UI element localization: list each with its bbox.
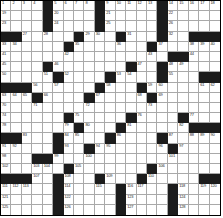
cell-r18-c7[interactable]: 108	[64, 174, 74, 184]
cell-r12-c8[interactable]: 75	[74, 113, 84, 123]
cell-r7-c2[interactable]	[11, 62, 21, 72]
cell-r3-c21[interactable]	[210, 21, 220, 31]
cell-r16-c2[interactable]	[11, 154, 21, 164]
cell-r21-c21[interactable]	[210, 205, 220, 215]
cell-r13-c3[interactable]	[22, 123, 32, 133]
cell-r8-c19[interactable]	[189, 72, 199, 82]
cell-r14-c4[interactable]	[32, 133, 42, 143]
cell-r11-c5[interactable]	[43, 103, 53, 113]
cell-r3-c14[interactable]	[137, 21, 147, 31]
cell-r11-c2[interactable]	[11, 103, 21, 113]
cell-r20-c20[interactable]	[199, 195, 209, 205]
cell-r19-c2[interactable]: 112	[11, 184, 21, 194]
cell-r10-c14[interactable]: 68	[137, 93, 147, 103]
cell-r21-c3[interactable]	[22, 205, 32, 215]
cell-r18-c15[interactable]: 110	[147, 174, 157, 184]
cell-r5-c11[interactable]	[105, 42, 115, 52]
cell-r17-c20[interactable]	[199, 164, 209, 174]
cell-r7-c12[interactable]	[116, 62, 126, 72]
cell-r18-c13[interactable]	[126, 174, 136, 184]
cell-r19-c18[interactable]: 118	[178, 184, 188, 194]
cell-r15-c13[interactable]	[126, 144, 136, 154]
cell-r14-c5[interactable]	[43, 133, 53, 143]
cell-r11-c4[interactable]: 71	[32, 103, 42, 113]
cell-r13-c18[interactable]: 82	[178, 123, 188, 133]
cell-r3-c17[interactable]: 26	[168, 21, 178, 31]
cell-r4-c13[interactable]: 31	[126, 32, 136, 42]
cell-r8-c10[interactable]	[95, 72, 105, 82]
cell-r8-c1[interactable]: 50	[1, 72, 11, 82]
cell-r18-c8[interactable]	[74, 174, 84, 184]
cell-r1-c9[interactable]: 8	[84, 1, 94, 11]
cell-r10-c20[interactable]	[199, 93, 209, 103]
cell-r12-c17[interactable]	[168, 113, 178, 123]
cell-r20-c1[interactable]: 121	[1, 195, 11, 205]
cell-r6-c16[interactable]	[157, 52, 167, 62]
cell-r20-c19[interactable]	[189, 195, 199, 205]
cell-r7-c11[interactable]	[105, 62, 115, 72]
cell-r1-c17[interactable]: 14	[168, 1, 178, 11]
cell-r10-c11[interactable]	[105, 93, 115, 103]
cell-r16-c16[interactable]	[157, 154, 167, 164]
cell-r5-c17[interactable]	[168, 42, 178, 52]
cell-r11-c18[interactable]	[178, 103, 188, 113]
cell-r16-c8[interactable]	[74, 154, 84, 164]
cell-r2-c11[interactable]: 21	[105, 11, 115, 21]
cell-r1-c13[interactable]: 11	[126, 1, 136, 11]
cell-r10-c6[interactable]	[53, 93, 63, 103]
cell-r2-c17[interactable]: 22	[168, 11, 178, 21]
cell-r20-c8[interactable]	[74, 195, 84, 205]
cell-r11-c10[interactable]	[95, 103, 105, 113]
cell-r12-c9[interactable]	[84, 113, 94, 123]
cell-r19-c16[interactable]	[157, 184, 167, 194]
cell-r4-c4[interactable]	[32, 32, 42, 42]
cell-r3-c20[interactable]	[199, 21, 209, 31]
cell-r19-c11[interactable]	[105, 184, 115, 194]
cell-r11-c6[interactable]	[53, 103, 63, 113]
cell-r14-c7[interactable]: 84	[64, 133, 74, 143]
cell-r21-c10[interactable]	[95, 205, 105, 215]
cell-r3-c3[interactable]	[22, 21, 32, 31]
cell-r9-c15[interactable]: 59	[147, 83, 157, 93]
cell-r12-c6[interactable]	[53, 113, 63, 123]
cell-r6-c8[interactable]	[74, 52, 84, 62]
cell-r14-c13[interactable]	[126, 133, 136, 143]
cell-r4-c15[interactable]	[147, 32, 157, 42]
cell-r16-c20[interactable]	[199, 154, 209, 164]
cell-r1-c20[interactable]: 17	[199, 1, 209, 11]
cell-r11-c16[interactable]	[157, 103, 167, 113]
cell-r6-c21[interactable]	[210, 52, 220, 62]
cell-r21-c19[interactable]	[189, 205, 199, 215]
cell-r21-c4[interactable]	[32, 205, 42, 215]
cell-r17-c19[interactable]	[189, 164, 199, 174]
cell-r11-c14[interactable]	[137, 103, 147, 113]
cell-r21-c5[interactable]	[43, 205, 53, 215]
cell-r18-c19[interactable]	[189, 174, 199, 184]
cell-r14-c15[interactable]	[147, 133, 157, 143]
cell-r19-c9[interactable]	[84, 184, 94, 194]
cell-r1-c4[interactable]: 4	[32, 1, 42, 11]
cell-r11-c1[interactable]: 70	[1, 103, 11, 113]
cell-r17-c18[interactable]	[178, 164, 188, 174]
cell-r18-c12[interactable]	[116, 174, 126, 184]
cell-r11-c17[interactable]	[168, 103, 178, 113]
cell-r21-c1[interactable]: 125	[1, 205, 11, 215]
cell-r13-c4[interactable]	[32, 123, 42, 133]
cell-r9-c4[interactable]: 56	[32, 83, 42, 93]
cell-r3-c6[interactable]: 24	[53, 21, 63, 31]
cell-r4-c14[interactable]	[137, 32, 147, 42]
cell-r7-c19[interactable]	[189, 62, 199, 72]
cell-r19-c13[interactable]: 116	[126, 184, 136, 194]
cell-r6-c11[interactable]	[105, 52, 115, 62]
cell-r11-c11[interactable]	[105, 103, 115, 113]
cell-r21-c15[interactable]	[147, 205, 157, 215]
cell-r7-c4[interactable]	[32, 62, 42, 72]
cell-r10-c2[interactable]: 64	[11, 93, 21, 103]
cell-r13-c17[interactable]	[168, 123, 178, 133]
cell-r21-c9[interactable]	[84, 205, 94, 215]
cell-r18-c4[interactable]: 107	[32, 174, 42, 184]
cell-r18-c11[interactable]: 109	[105, 174, 115, 184]
cell-r17-c10[interactable]	[95, 164, 105, 174]
cell-r10-c1[interactable]: 63	[1, 93, 11, 103]
cell-r4-c7[interactable]	[64, 32, 74, 42]
cell-r19-c3[interactable]: 113	[22, 184, 32, 194]
cell-r13-c14[interactable]	[137, 123, 147, 133]
cell-r8-c7[interactable]: 52	[64, 72, 74, 82]
cell-r5-c13[interactable]	[126, 42, 136, 52]
cell-r3-c9[interactable]	[84, 21, 94, 31]
cell-r3-c15[interactable]	[147, 21, 157, 31]
cell-r10-c7[interactable]	[64, 93, 74, 103]
cell-r20-c9[interactable]	[84, 195, 94, 205]
cell-r11-c9[interactable]: 72	[84, 103, 94, 113]
cell-r15-c5[interactable]	[43, 144, 53, 154]
cell-r7-c18[interactable]: 49	[178, 62, 188, 72]
cell-r8-c9[interactable]	[84, 72, 94, 82]
cell-r21-c20[interactable]	[199, 205, 209, 215]
cell-r13-c6[interactable]	[53, 123, 63, 133]
cell-r3-c19[interactable]	[189, 21, 199, 31]
cell-r20-c4[interactable]	[32, 195, 42, 205]
cell-r17-c17[interactable]	[168, 164, 178, 174]
cell-r1-c11[interactable]: 9	[105, 1, 115, 11]
cell-r12-c20[interactable]	[199, 113, 209, 123]
cell-r2-c6[interactable]: 20	[53, 11, 63, 21]
cell-r17-c11[interactable]	[105, 164, 115, 174]
cell-r7-c1[interactable]: 45	[1, 62, 11, 72]
cell-r8-c15[interactable]	[147, 72, 157, 82]
cell-r1-c2[interactable]: 2	[11, 1, 21, 11]
cell-r20-c15[interactable]	[147, 195, 157, 205]
cell-r8-c8[interactable]	[74, 72, 84, 82]
cell-r10-c3[interactable]: 65	[22, 93, 32, 103]
cell-r6-c3[interactable]	[22, 52, 32, 62]
cell-r7-c3[interactable]	[22, 62, 32, 72]
cell-r11-c12[interactable]	[116, 103, 126, 113]
cell-r5-c14[interactable]	[137, 42, 147, 52]
cell-r14-c19[interactable]: 88	[189, 133, 199, 143]
cell-r9-c11[interactable]: 58	[105, 83, 115, 93]
cell-r16-c10[interactable]	[95, 154, 105, 164]
cell-r16-c3[interactable]	[22, 154, 32, 164]
cell-r6-c9[interactable]	[84, 52, 94, 62]
cell-r5-c10[interactable]	[95, 42, 105, 52]
cell-r16-c1[interactable]: 98	[1, 154, 11, 164]
cell-r2-c21[interactable]	[210, 11, 220, 21]
cell-r7-c17[interactable]: 48	[168, 62, 178, 72]
cell-r19-c21[interactable]: 120	[210, 184, 220, 194]
cell-r19-c19[interactable]	[189, 184, 199, 194]
cell-r17-c14[interactable]	[137, 164, 147, 174]
cell-r5-c20[interactable]: 39	[199, 42, 209, 52]
cell-r15-c16[interactable]: 96	[157, 144, 167, 154]
cell-r4-c5[interactable]: 28	[43, 32, 53, 42]
cell-r10-c21[interactable]	[210, 93, 220, 103]
cell-r15-c18[interactable]: 97	[178, 144, 188, 154]
cell-r14-c9[interactable]	[84, 133, 94, 143]
cell-r5-c2[interactable]: 34	[11, 42, 21, 52]
cell-r2-c8[interactable]	[74, 11, 84, 21]
cell-r6-c13[interactable]	[126, 52, 136, 62]
cell-r15-c10[interactable]: 94	[95, 144, 105, 154]
cell-r6-c19[interactable]: 44	[189, 52, 199, 62]
cell-r15-c3[interactable]	[22, 144, 32, 154]
cell-r5-c18[interactable]	[178, 42, 188, 52]
cell-r16-c7[interactable]	[64, 154, 74, 164]
cell-r10-c16[interactable]: 69	[157, 93, 167, 103]
cell-r16-c21[interactable]	[210, 154, 220, 164]
cell-r6-c15[interactable]: 43	[147, 52, 157, 62]
cell-r10-c19[interactable]	[189, 93, 199, 103]
cell-r4-c10[interactable]: 30	[95, 32, 105, 42]
cell-r12-c11[interactable]	[105, 113, 115, 123]
cell-r17-c6[interactable]	[53, 164, 63, 174]
cell-r12-c12[interactable]	[116, 113, 126, 123]
cell-r20-c2[interactable]	[11, 195, 21, 205]
cell-r7-c7[interactable]	[64, 62, 74, 72]
cell-r13-c11[interactable]	[105, 123, 115, 133]
cell-r12-c15[interactable]	[147, 113, 157, 123]
cell-r5-c19[interactable]: 38	[189, 42, 199, 52]
cell-r10-c13[interactable]	[126, 93, 136, 103]
cell-r11-c15[interactable]: 73	[147, 103, 157, 113]
cell-r3-c8[interactable]	[74, 21, 84, 31]
cell-r10-c18[interactable]	[178, 93, 188, 103]
cell-r11-c19[interactable]	[189, 103, 199, 113]
cell-r18-c17[interactable]	[168, 174, 178, 184]
cell-r9-c16[interactable]: 60	[157, 83, 167, 93]
cell-r12-c3[interactable]	[22, 113, 32, 123]
cell-r7-c10[interactable]	[95, 62, 105, 72]
cell-r21-c11[interactable]	[105, 205, 115, 215]
cell-r16-c14[interactable]	[137, 154, 147, 164]
cell-r19-c20[interactable]: 119	[199, 184, 209, 194]
cell-r12-c16[interactable]	[157, 113, 167, 123]
cell-r8-c18[interactable]	[178, 72, 188, 82]
cell-r7-c8[interactable]	[74, 62, 84, 72]
cell-r9-c18[interactable]	[178, 83, 188, 93]
cell-r15-c19[interactable]	[189, 144, 199, 154]
cell-r14-c12[interactable]: 86	[116, 133, 126, 143]
cell-r17-c9[interactable]	[84, 164, 94, 174]
cell-r9-c9[interactable]	[84, 83, 94, 93]
cell-r19-c14[interactable]: 117	[137, 184, 147, 194]
cell-r5-c8[interactable]: 35	[74, 42, 84, 52]
cell-r8-c12[interactable]: 53	[116, 72, 126, 82]
cell-r15-c21[interactable]	[210, 144, 220, 154]
cell-r7-c20[interactable]	[199, 62, 209, 72]
cell-r21-c8[interactable]	[74, 205, 84, 215]
cell-r10-c17[interactable]	[168, 93, 178, 103]
cell-r2-c13[interactable]	[126, 11, 136, 21]
cell-r20-c18[interactable]: 124	[178, 195, 188, 205]
cell-r20-c3[interactable]	[22, 195, 32, 205]
cell-r3-c1[interactable]: 23	[1, 21, 11, 31]
cell-r15-c2[interactable]: 92	[11, 144, 21, 154]
cell-r9-c7[interactable]	[64, 83, 74, 93]
cell-r2-c14[interactable]	[137, 11, 147, 21]
cell-r6-c2[interactable]	[11, 52, 21, 62]
cell-r3-c4[interactable]	[32, 21, 42, 31]
cell-r20-c16[interactable]	[157, 195, 167, 205]
cell-r11-c7[interactable]	[64, 103, 74, 113]
cell-r11-c21[interactable]	[210, 103, 220, 113]
cell-r9-c20[interactable]: 61	[199, 83, 209, 93]
cell-r15-c12[interactable]	[116, 144, 126, 154]
cell-r20-c21[interactable]	[210, 195, 220, 205]
cell-r1-c3[interactable]: 3	[22, 1, 32, 11]
cell-r11-c3[interactable]	[22, 103, 32, 113]
cell-r2-c4[interactable]	[32, 11, 42, 21]
cell-r2-c18[interactable]	[178, 11, 188, 21]
cell-r19-c1[interactable]: 111	[1, 184, 11, 194]
cell-r9-c21[interactable]: 62	[210, 83, 220, 93]
cell-r15-c1[interactable]: 91	[1, 144, 11, 154]
cell-r4-c3[interactable]: 27	[22, 32, 32, 42]
cell-r8-c14[interactable]	[137, 72, 147, 82]
cell-r5-c3[interactable]	[22, 42, 32, 52]
cell-r16-c11[interactable]	[105, 154, 115, 164]
cell-r2-c19[interactable]	[189, 11, 199, 21]
cell-r21-c7[interactable]: 126	[64, 205, 74, 215]
cell-r8-c3[interactable]	[22, 72, 32, 82]
cell-r15-c15[interactable]	[147, 144, 157, 154]
cell-r19-c7[interactable]: 114	[64, 184, 74, 194]
cell-r10-c12[interactable]	[116, 93, 126, 103]
cell-r11-c13[interactable]	[126, 103, 136, 113]
cell-r5-c1[interactable]: 33	[1, 42, 11, 52]
cell-r17-c5[interactable]: 104	[43, 164, 53, 174]
cell-r12-c2[interactable]	[11, 113, 21, 123]
cell-r19-c8[interactable]	[74, 184, 84, 194]
cell-r9-c5[interactable]	[43, 83, 53, 93]
cell-r6-c12[interactable]	[116, 52, 126, 62]
cell-r9-c17[interactable]	[168, 83, 178, 93]
cell-r20-c10[interactable]	[95, 195, 105, 205]
cell-r21-c16[interactable]	[157, 205, 167, 215]
cell-r9-c13[interactable]	[126, 83, 136, 93]
cell-r19-c5[interactable]	[43, 184, 53, 194]
cell-r17-c21[interactable]	[210, 164, 220, 174]
cell-r4-c11[interactable]	[105, 32, 115, 42]
cell-r1-c6[interactable]: 5	[53, 1, 63, 11]
cell-r11-c20[interactable]	[199, 103, 209, 113]
cell-r8-c4[interactable]	[32, 72, 42, 82]
cell-r3-c13[interactable]	[126, 21, 136, 31]
cell-r13-c1[interactable]: 78	[1, 123, 11, 133]
cell-r17-c2[interactable]	[11, 164, 21, 174]
cell-r1-c12[interactable]: 10	[116, 1, 126, 11]
cell-r12-c4[interactable]	[32, 113, 42, 123]
cell-r9-c19[interactable]	[189, 83, 199, 93]
cell-r20-c11[interactable]	[105, 195, 115, 205]
cell-r5-c5[interactable]	[43, 42, 53, 52]
cell-r14-c8[interactable]: 85	[74, 133, 84, 143]
cell-r17-c13[interactable]	[126, 164, 136, 174]
cell-r15-c4[interactable]	[32, 144, 42, 154]
cell-r12-c14[interactable]: 76	[137, 113, 147, 123]
cell-r14-c20[interactable]: 89	[199, 133, 209, 143]
cell-r9-c12[interactable]	[116, 83, 126, 93]
cell-r1-c7[interactable]: 6	[64, 1, 74, 11]
cell-r21-c14[interactable]	[137, 205, 147, 215]
cell-r14-c10[interactable]	[95, 133, 105, 143]
cell-r1-c15[interactable]: 13	[147, 1, 157, 11]
cell-r3-c11[interactable]: 25	[105, 21, 115, 31]
cell-r18-c9[interactable]	[84, 174, 94, 184]
cell-r1-c14[interactable]: 12	[137, 1, 147, 11]
cell-r2-c20[interactable]	[199, 11, 209, 21]
cell-r11-c8[interactable]	[74, 103, 84, 113]
cell-r13-c13[interactable]: 81	[126, 123, 136, 133]
cell-r20-c14[interactable]	[137, 195, 147, 205]
cell-r1-c19[interactable]: 16	[189, 1, 199, 11]
cell-r13-c10[interactable]	[95, 123, 105, 133]
cell-r2-c2[interactable]	[11, 11, 21, 21]
cell-r5-c6[interactable]	[53, 42, 63, 52]
cell-r13-c2[interactable]	[11, 123, 21, 133]
cell-r13-c15[interactable]	[147, 123, 157, 133]
cell-r2-c9[interactable]	[84, 11, 94, 21]
cell-r7-c21[interactable]	[210, 62, 220, 72]
cell-r19-c15[interactable]	[147, 184, 157, 194]
cell-r7-c15[interactable]	[147, 62, 157, 72]
cell-r1-c1[interactable]: 1	[1, 1, 11, 11]
cell-r1-c8[interactable]: 7	[74, 1, 84, 11]
cell-r5-c21[interactable]: 40	[210, 42, 220, 52]
cell-r7-c6[interactable]: 46	[53, 62, 63, 72]
cell-r17-c12[interactable]	[116, 164, 126, 174]
cell-r12-c10[interactable]	[95, 113, 105, 123]
cell-r9-c8[interactable]	[74, 83, 84, 93]
cell-r7-c9[interactable]	[84, 62, 94, 72]
cell-r13-c9[interactable]: 80	[84, 123, 94, 133]
cell-r16-c6[interactable]: 99	[53, 154, 63, 164]
cell-r6-c5[interactable]	[43, 52, 53, 62]
cell-r6-c10[interactable]	[95, 52, 105, 62]
cell-r1-c18[interactable]: 15	[178, 1, 188, 11]
cell-r3-c18[interactable]	[178, 21, 188, 31]
cell-r16-c12[interactable]	[116, 154, 126, 164]
cell-r16-c9[interactable]: 100	[84, 154, 94, 164]
cell-r2-c3[interactable]	[22, 11, 32, 21]
cell-r18-c16[interactable]	[157, 174, 167, 184]
cell-r2-c1[interactable]: 19	[1, 11, 11, 21]
